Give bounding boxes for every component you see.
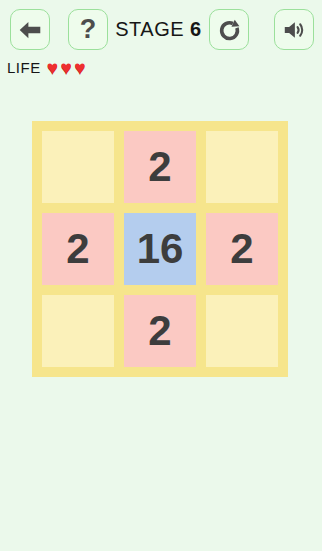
empty-cell [42, 131, 114, 203]
puzzle-board[interactable]: 221622 [32, 121, 288, 377]
empty-cell [206, 131, 278, 203]
sound-button[interactable] [274, 9, 314, 50]
tile-2: 2 [124, 295, 196, 367]
heart-icon: ♥ [74, 58, 86, 77]
reload-button[interactable] [209, 9, 249, 50]
stage-indicator: STAGE 6 [108, 9, 209, 50]
tile-2: 2 [206, 213, 278, 285]
refresh-icon [216, 16, 243, 43]
stage-number: 6 [190, 18, 202, 41]
question-mark-icon: ? [80, 16, 97, 43]
speaker-icon [281, 17, 307, 43]
tile-16: 16 [124, 213, 196, 285]
life-label: LIFE [7, 59, 41, 76]
help-button[interactable]: ? [68, 9, 108, 50]
life-indicator: LIFE ♥♥♥ [7, 56, 88, 78]
tile-2: 2 [42, 213, 114, 285]
back-button[interactable] [10, 9, 50, 50]
game-screen: ? STAGE 6 LIFE ♥♥♥ 221622 [0, 0, 322, 551]
empty-cell [42, 295, 114, 367]
hearts-row: ♥♥♥ [47, 58, 88, 77]
empty-cell [206, 295, 278, 367]
heart-icon: ♥ [60, 58, 72, 77]
tile-2: 2 [124, 131, 196, 203]
heart-icon: ♥ [47, 58, 59, 77]
back-arrow-icon [17, 17, 43, 43]
stage-label: STAGE [115, 18, 184, 41]
